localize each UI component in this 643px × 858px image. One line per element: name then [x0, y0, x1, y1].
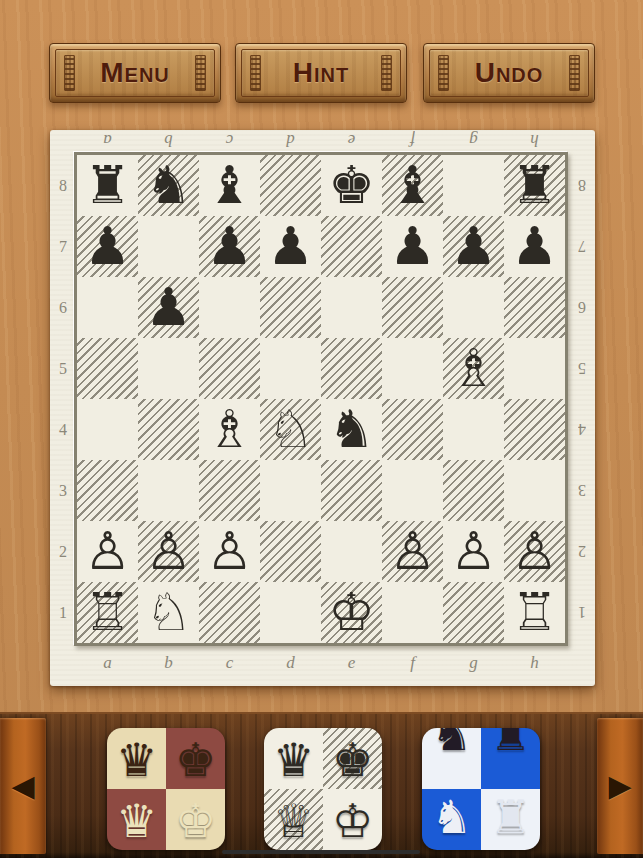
square-a8[interactable]: ♜ [77, 155, 138, 216]
theme-thumbnail-diagram[interactable]: ♛♚♕♔ [264, 728, 382, 850]
coordinate-label: 3 [571, 460, 593, 521]
white-knight[interactable]: ♘ [260, 399, 321, 460]
hint-button-label: Hint [293, 57, 349, 89]
square-g6[interactable] [443, 277, 504, 338]
square-d1[interactable] [260, 582, 321, 643]
square-d2[interactable] [260, 521, 321, 582]
square-h2[interactable]: ♙ [504, 521, 565, 582]
coordinate-label: a [77, 130, 138, 153]
square-g8[interactable] [443, 155, 504, 216]
square-c3[interactable] [199, 460, 260, 521]
square-c6[interactable] [199, 277, 260, 338]
square-d3[interactable] [260, 460, 321, 521]
black-rook[interactable]: ♜ [77, 155, 138, 216]
square-f3[interactable] [382, 460, 443, 521]
menu-button-label: Menu [100, 57, 170, 89]
coordinate-label: a [77, 650, 138, 680]
theme-preview-square: ♔ [323, 789, 382, 850]
coordinate-label: f [382, 130, 443, 153]
undo-button-panel: Undo [429, 49, 589, 97]
coordinate-label: 7 [52, 216, 74, 277]
square-b1[interactable]: ♘ [138, 582, 199, 643]
theme-preview-square: ♚ [166, 789, 225, 850]
theme-thumbnail-wood[interactable]: ♛♚♛♚ [107, 728, 225, 850]
undo-button[interactable]: Undo [423, 43, 595, 103]
square-e6[interactable] [321, 277, 382, 338]
coordinate-label: d [260, 650, 321, 680]
black-knight[interactable]: ♞ [321, 399, 382, 460]
coordinate-label: 7 [571, 216, 593, 277]
square-b2[interactable]: ♙ [138, 521, 199, 582]
theme-preview-square: ♞ [422, 789, 481, 850]
coordinate-label: 5 [571, 338, 593, 399]
square-h3[interactable] [504, 460, 565, 521]
square-h1[interactable]: ♖ [504, 582, 565, 643]
square-e2[interactable] [321, 521, 382, 582]
square-b4[interactable] [138, 399, 199, 460]
square-f8[interactable]: ♝ [382, 155, 443, 216]
square-b6[interactable]: ♟ [138, 277, 199, 338]
coordinate-label: e [321, 130, 382, 153]
square-a3[interactable] [77, 460, 138, 521]
ornament-icon [381, 55, 392, 91]
coordinate-label: 3 [52, 460, 74, 521]
theme-preview-square: ♛ [107, 728, 166, 789]
scroll-right-button[interactable]: ▶ [597, 718, 643, 854]
white-bishop[interactable]: ♗ [443, 338, 504, 399]
theme-preview-piece: ♚ [323, 734, 382, 786]
square-f5[interactable] [382, 338, 443, 399]
square-a6[interactable] [77, 277, 138, 338]
square-f6[interactable] [382, 277, 443, 338]
theme-preview-square: ♜ [481, 789, 540, 850]
black-knight[interactable]: ♞ [138, 155, 199, 216]
coordinate-label: 8 [571, 155, 593, 216]
coordinate-label: c [199, 650, 260, 680]
square-f7[interactable]: ♟ [382, 216, 443, 277]
menu-button-panel: Menu [55, 49, 215, 97]
square-d6[interactable] [260, 277, 321, 338]
ornament-icon [64, 55, 75, 91]
theme-preview-square: ♕ [264, 789, 323, 850]
white-king[interactable]: ♔ [321, 582, 382, 643]
black-pawn[interactable]: ♟ [504, 216, 565, 277]
square-e5[interactable] [321, 338, 382, 399]
coordinate-label: b [138, 130, 199, 153]
rank-labels-left: 87654321 [52, 155, 74, 643]
square-c8[interactable]: ♝ [199, 155, 260, 216]
theme-preview-piece: ♛ [107, 795, 166, 847]
square-a4[interactable] [77, 399, 138, 460]
square-e8[interactable]: ♚ [321, 155, 382, 216]
ornament-icon [438, 55, 449, 91]
coordinate-label: 8 [52, 155, 74, 216]
square-d8[interactable] [260, 155, 321, 216]
board-grid: ♜♞♝♚♝♜♟♟♟♟♟♟♟♗♗♘♞♙♙♙♙♙♙♖♘♔♖ [77, 155, 565, 643]
square-b3[interactable] [138, 460, 199, 521]
white-rook[interactable]: ♖ [77, 582, 138, 643]
theme-preview-square: ♜ [481, 728, 540, 789]
theme-preview-square: ♚ [323, 728, 382, 789]
ornament-icon [195, 55, 206, 91]
coordinate-label: e [321, 650, 382, 680]
black-bishop[interactable]: ♝ [199, 155, 260, 216]
black-king[interactable]: ♚ [321, 155, 382, 216]
right-arrow-icon: ▶ [608, 771, 631, 801]
coordinate-label: g [443, 650, 504, 680]
undo-button-label: Undo [475, 57, 544, 89]
white-pawn[interactable]: ♙ [504, 521, 565, 582]
hint-button-panel: Hint [241, 49, 401, 97]
chess-board: abcdefgh 87654321 87654321 abcdefgh ♜♞♝♚… [50, 130, 595, 686]
coordinate-label: h [504, 130, 565, 153]
rank-labels-right: 87654321 [571, 155, 593, 643]
theme-tray: ◀ ▶ ♛♚♛♚ ♛♚♕♔ ♞♜♞♜ [0, 712, 643, 858]
square-b5[interactable] [138, 338, 199, 399]
white-pawn[interactable]: ♙ [138, 521, 199, 582]
theme-preview-square: ♚ [166, 728, 225, 789]
square-d4[interactable]: ♘ [260, 399, 321, 460]
hint-button[interactable]: Hint [235, 43, 407, 103]
black-pawn[interactable]: ♟ [138, 277, 199, 338]
square-a7[interactable]: ♟ [77, 216, 138, 277]
square-a1[interactable]: ♖ [77, 582, 138, 643]
black-pawn[interactable]: ♟ [199, 216, 260, 277]
theme-thumbnail-blue[interactable]: ♞♜♞♜ [422, 728, 540, 850]
board-frame: ♜♞♝♚♝♜♟♟♟♟♟♟♟♗♗♘♞♙♙♙♙♙♙♖♘♔♖ [74, 152, 568, 646]
left-arrow-icon: ◀ [11, 771, 34, 801]
theme-preview-piece: ♕ [264, 795, 323, 847]
black-bishop[interactable]: ♝ [382, 155, 443, 216]
square-g5[interactable]: ♗ [443, 338, 504, 399]
theme-preview-piece: ♛ [107, 734, 166, 786]
theme-preview-piece: ♚ [166, 734, 225, 786]
theme-preview-piece: ♚ [166, 795, 225, 847]
coordinate-label: 5 [52, 338, 74, 399]
coordinate-label: b [138, 650, 199, 680]
square-c7[interactable]: ♟ [199, 216, 260, 277]
white-bishop[interactable]: ♗ [199, 399, 260, 460]
coordinate-label: h [504, 650, 565, 680]
theme-preview-piece: ♔ [323, 795, 382, 847]
theme-preview-square: ♞ [422, 728, 481, 789]
square-d5[interactable] [260, 338, 321, 399]
square-h6[interactable] [504, 277, 565, 338]
square-a5[interactable] [77, 338, 138, 399]
white-pawn[interactable]: ♙ [199, 521, 260, 582]
square-d7[interactable]: ♟ [260, 216, 321, 277]
square-h5[interactable] [504, 338, 565, 399]
square-g3[interactable] [443, 460, 504, 521]
square-e4[interactable]: ♞ [321, 399, 382, 460]
theme-preview-square: ♛ [107, 789, 166, 850]
square-e7[interactable] [321, 216, 382, 277]
square-h8[interactable]: ♜ [504, 155, 565, 216]
coordinate-label: 1 [571, 582, 593, 643]
coordinate-label: 2 [52, 521, 74, 582]
square-c1[interactable] [199, 582, 260, 643]
theme-preview-piece: ♞ [422, 791, 481, 843]
black-pawn[interactable]: ♟ [260, 216, 321, 277]
ornament-icon [250, 55, 261, 91]
theme-preview-piece: ♜ [481, 791, 540, 843]
menu-button[interactable]: Menu [49, 43, 221, 103]
file-labels-bottom: abcdefgh [77, 650, 565, 680]
coordinate-label: 4 [52, 399, 74, 460]
square-h7[interactable]: ♟ [504, 216, 565, 277]
theme-preview-piece: ♞ [422, 728, 481, 760]
square-e3[interactable] [321, 460, 382, 521]
coordinate-label: 2 [571, 521, 593, 582]
coordinate-label: g [443, 130, 504, 153]
scroll-left-button[interactable]: ◀ [0, 718, 46, 854]
coordinate-label: 6 [571, 277, 593, 338]
coordinate-label: c [199, 130, 260, 153]
ornament-icon [569, 55, 580, 91]
square-g1[interactable] [443, 582, 504, 643]
theme-preview-square: ♛ [264, 728, 323, 789]
black-rook[interactable]: ♜ [504, 155, 565, 216]
theme-preview-piece: ♜ [481, 728, 540, 760]
theme-scroll-indicator[interactable] [222, 850, 420, 854]
coordinate-label: d [260, 130, 321, 153]
chess-app: { "game": "chess", "toolbar": { "buttons… [0, 0, 643, 858]
coordinate-label: 1 [52, 582, 74, 643]
black-pawn[interactable]: ♟ [443, 216, 504, 277]
square-e1[interactable]: ♔ [321, 582, 382, 643]
file-labels-top: abcdefgh [77, 130, 565, 153]
black-pawn[interactable]: ♟ [382, 216, 443, 277]
square-b8[interactable]: ♞ [138, 155, 199, 216]
theme-preview-piece: ♛ [264, 734, 323, 786]
square-g4[interactable] [443, 399, 504, 460]
coordinate-label: 4 [571, 399, 593, 460]
white-pawn[interactable]: ♙ [382, 521, 443, 582]
black-pawn[interactable]: ♟ [77, 216, 138, 277]
square-c5[interactable] [199, 338, 260, 399]
white-rook[interactable]: ♖ [504, 582, 565, 643]
white-pawn[interactable]: ♙ [77, 521, 138, 582]
square-b7[interactable] [138, 216, 199, 277]
square-h4[interactable] [504, 399, 565, 460]
square-f4[interactable] [382, 399, 443, 460]
square-f1[interactable] [382, 582, 443, 643]
coordinate-label: f [382, 650, 443, 680]
square-a2[interactable]: ♙ [77, 521, 138, 582]
square-c2[interactable]: ♙ [199, 521, 260, 582]
coordinate-label: 6 [52, 277, 74, 338]
white-pawn[interactable]: ♙ [443, 521, 504, 582]
square-g7[interactable]: ♟ [443, 216, 504, 277]
square-c4[interactable]: ♗ [199, 399, 260, 460]
square-f2[interactable]: ♙ [382, 521, 443, 582]
white-knight[interactable]: ♘ [138, 582, 199, 643]
square-g2[interactable]: ♙ [443, 521, 504, 582]
